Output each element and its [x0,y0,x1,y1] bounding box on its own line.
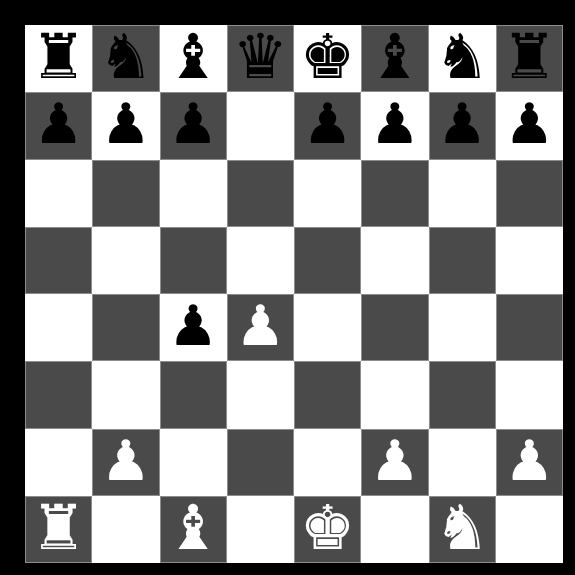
white-rook[interactable]: ♜ [31,496,87,561]
white-pawn[interactable]: ♟ [235,294,285,359]
square-c4[interactable]: ♟ [160,294,227,361]
square-b3[interactable] [92,361,159,428]
square-f1[interactable] [361,496,428,563]
square-c2[interactable] [160,429,227,496]
square-c1[interactable]: ♝ [160,496,227,563]
black-knight[interactable]: ♞ [98,25,154,90]
square-e7[interactable]: ♟ [294,92,361,159]
black-pawn[interactable]: ♟ [303,92,353,157]
white-pawn[interactable]: ♟ [370,429,420,494]
square-d5[interactable] [227,227,294,294]
square-g3[interactable] [429,361,496,428]
square-b7[interactable]: ♟ [92,92,159,159]
square-h7[interactable]: ♟ [496,92,563,159]
board-frame: ♜♞♝♛♚♝♞♜♟♟♟♟♟♟♟♟♟♟♟♟♜♝♚♞ [0,0,575,575]
square-c5[interactable] [160,227,227,294]
white-pawn[interactable]: ♟ [504,429,554,494]
square-g5[interactable] [429,227,496,294]
white-king[interactable]: ♚ [300,496,356,561]
black-rook[interactable]: ♜ [502,25,558,90]
square-f7[interactable]: ♟ [361,92,428,159]
black-rook[interactable]: ♜ [31,25,87,90]
square-e3[interactable] [294,361,361,428]
square-c7[interactable]: ♟ [160,92,227,159]
white-knight[interactable]: ♞ [434,496,490,561]
square-c8[interactable]: ♝ [160,25,227,92]
square-a5[interactable] [25,227,92,294]
square-g1[interactable]: ♞ [429,496,496,563]
square-e6[interactable] [294,160,361,227]
black-bishop[interactable]: ♝ [165,25,221,90]
square-f6[interactable] [361,160,428,227]
square-e4[interactable] [294,294,361,361]
square-g4[interactable] [429,294,496,361]
black-pawn[interactable]: ♟ [168,92,218,157]
black-pawn[interactable]: ♟ [101,92,151,157]
square-b4[interactable] [92,294,159,361]
square-g2[interactable] [429,429,496,496]
square-g8[interactable]: ♞ [429,25,496,92]
black-pawn[interactable]: ♟ [504,92,554,157]
square-h1[interactable] [496,496,563,563]
square-b8[interactable]: ♞ [92,25,159,92]
square-h6[interactable] [496,160,563,227]
chess-board: ♜♞♝♛♚♝♞♜♟♟♟♟♟♟♟♟♟♟♟♟♜♝♚♞ [25,25,563,563]
white-pawn[interactable]: ♟ [101,429,151,494]
square-h8[interactable]: ♜ [496,25,563,92]
square-a1[interactable]: ♜ [25,496,92,563]
square-d8[interactable]: ♛ [227,25,294,92]
square-d7[interactable] [227,92,294,159]
square-a8[interactable]: ♜ [25,25,92,92]
black-knight[interactable]: ♞ [434,25,490,90]
black-queen[interactable]: ♛ [233,25,289,90]
square-f8[interactable]: ♝ [361,25,428,92]
square-e5[interactable] [294,227,361,294]
black-bishop[interactable]: ♝ [367,25,423,90]
square-h2[interactable]: ♟ [496,429,563,496]
square-b1[interactable] [92,496,159,563]
square-f2[interactable]: ♟ [361,429,428,496]
square-c3[interactable] [160,361,227,428]
square-g6[interactable] [429,160,496,227]
square-e2[interactable] [294,429,361,496]
square-d4[interactable]: ♟ [227,294,294,361]
square-e1[interactable]: ♚ [294,496,361,563]
black-pawn[interactable]: ♟ [370,92,420,157]
square-h5[interactable] [496,227,563,294]
square-b2[interactable]: ♟ [92,429,159,496]
square-b6[interactable] [92,160,159,227]
square-a2[interactable] [25,429,92,496]
square-d1[interactable] [227,496,294,563]
square-a4[interactable] [25,294,92,361]
square-g7[interactable]: ♟ [429,92,496,159]
black-pawn[interactable]: ♟ [168,294,218,359]
square-f3[interactable] [361,361,428,428]
square-f4[interactable] [361,294,428,361]
square-h3[interactable] [496,361,563,428]
square-c6[interactable] [160,160,227,227]
black-king[interactable]: ♚ [300,25,356,90]
square-e8[interactable]: ♚ [294,25,361,92]
square-a3[interactable] [25,361,92,428]
black-pawn[interactable]: ♟ [437,92,487,157]
square-h4[interactable] [496,294,563,361]
square-d3[interactable] [227,361,294,428]
square-a6[interactable] [25,160,92,227]
white-bishop[interactable]: ♝ [165,496,221,561]
square-b5[interactable] [92,227,159,294]
square-a7[interactable]: ♟ [25,92,92,159]
square-d6[interactable] [227,160,294,227]
black-pawn[interactable]: ♟ [34,92,84,157]
square-d2[interactable] [227,429,294,496]
square-f5[interactable] [361,227,428,294]
